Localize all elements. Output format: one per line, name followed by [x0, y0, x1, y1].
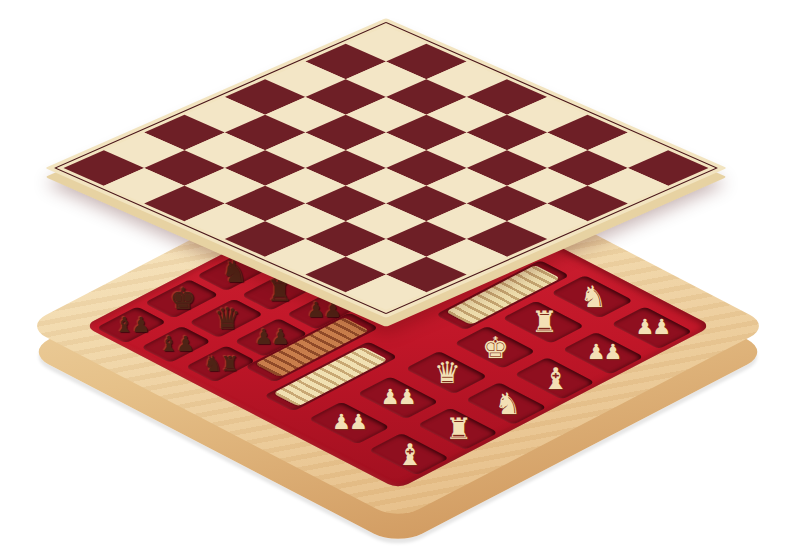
- light-chess-piece: ♜: [509, 298, 578, 345]
- piece-slot-light: ♟♟: [357, 376, 439, 419]
- piece-slot-light: ♚: [454, 326, 536, 369]
- piece-slot-light: ♞: [465, 382, 547, 425]
- light-chess-piece: ♟♟: [364, 374, 433, 421]
- piece-slot-dark: ♞♜: [185, 345, 256, 382]
- piece-slot-light: ♞: [551, 276, 633, 319]
- light-chess-piece: ♞: [472, 380, 541, 427]
- light-chess-piece: ♟♟: [618, 304, 687, 351]
- light-chess-piece: ♟♟: [569, 329, 638, 376]
- piece-slot-light: ♝: [368, 433, 450, 476]
- light-chess-piece: ♚: [461, 324, 530, 371]
- light-chess-piece: ♞: [558, 273, 627, 320]
- light-chess-piece: ♛: [412, 349, 481, 396]
- light-chess-piece: ♜: [423, 405, 492, 452]
- piece-slot-light: ♟♟: [611, 307, 693, 350]
- piece-slot-light: ♟♟: [308, 402, 390, 445]
- piece-slot-light: ♛: [405, 351, 487, 394]
- piece-slot-light: ♝: [514, 357, 596, 400]
- product-photo-chess-checkers-set: ♞♜♟♟♚♛♟♟♝♟♝♟♞♜♞♟♟♜♟♟♚♝♛♞♟♟♜♟♟♝: [0, 0, 800, 551]
- light-chess-piece: ♟♟: [315, 399, 384, 446]
- piece-slot-light: ♟♟: [562, 332, 644, 375]
- light-chess-piece: ♝: [375, 430, 444, 477]
- piece-slot-light: ♜: [417, 408, 499, 451]
- light-chess-piece: ♝: [520, 355, 589, 402]
- piece-slot-light: ♜: [503, 301, 585, 344]
